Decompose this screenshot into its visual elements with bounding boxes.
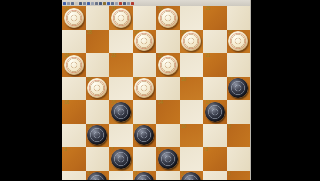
square-light xyxy=(62,171,86,181)
white-man[interactable] xyxy=(158,8,178,28)
square-29[interactable]: 29 xyxy=(203,6,227,30)
white-man[interactable] xyxy=(228,31,248,51)
square-light xyxy=(86,147,110,171)
square-24[interactable]: 24 xyxy=(62,53,86,77)
square-number: 16 xyxy=(64,100,69,106)
black-man[interactable] xyxy=(87,125,107,145)
square-31[interactable]: 31 xyxy=(109,6,133,30)
toolbar-icon[interactable] xyxy=(103,2,106,5)
square-20[interactable]: 20 xyxy=(86,77,110,101)
square-light xyxy=(86,53,110,77)
square-light xyxy=(180,147,204,171)
square-number: 28 xyxy=(87,30,92,36)
square-light xyxy=(62,77,86,101)
square-13[interactable]: 13 xyxy=(203,100,227,124)
square-light xyxy=(227,6,251,30)
square-light xyxy=(156,171,180,181)
square-light xyxy=(133,147,157,171)
toolbar-icon[interactable] xyxy=(127,2,130,5)
square-18[interactable]: 18 xyxy=(180,77,204,101)
square-light xyxy=(133,53,157,77)
square-number: 18 xyxy=(181,77,186,83)
square-28[interactable]: 28 xyxy=(86,30,110,54)
square-light xyxy=(156,77,180,101)
toolbar-icon[interactable] xyxy=(75,2,78,5)
square-light xyxy=(86,100,110,124)
square-light xyxy=(109,124,133,148)
square-10[interactable]: 10 xyxy=(180,124,204,148)
square-number: 8 xyxy=(64,147,66,153)
square-light xyxy=(203,171,227,181)
square-6[interactable]: 6 xyxy=(156,147,180,171)
square-light xyxy=(180,6,204,30)
toolbar-icon[interactable] xyxy=(79,2,82,5)
square-light xyxy=(133,100,157,124)
toolbar-icon[interactable] xyxy=(99,2,102,5)
white-man[interactable] xyxy=(134,31,154,51)
black-man[interactable] xyxy=(158,149,178,169)
white-man[interactable] xyxy=(181,31,201,51)
square-27[interactable]: 27 xyxy=(133,30,157,54)
square-light xyxy=(227,53,251,77)
square-number: 29 xyxy=(205,6,210,12)
square-light xyxy=(62,30,86,54)
square-number: 14 xyxy=(158,100,163,106)
square-number: 10 xyxy=(181,124,186,130)
black-man[interactable] xyxy=(134,125,154,145)
white-man[interactable] xyxy=(64,8,84,28)
letterbox-right xyxy=(251,0,320,180)
square-25[interactable]: 25 xyxy=(227,30,251,54)
square-number: 5 xyxy=(205,147,207,153)
toolbar-icon[interactable] xyxy=(123,2,126,5)
black-man[interactable] xyxy=(228,78,248,98)
square-30[interactable]: 30 xyxy=(156,6,180,30)
toolbar-icon[interactable] xyxy=(107,2,110,5)
toolbar-icon[interactable] xyxy=(67,2,70,5)
square-22[interactable]: 22 xyxy=(156,53,180,77)
white-man[interactable] xyxy=(134,78,154,98)
square-light xyxy=(203,30,227,54)
square-14[interactable]: 14 xyxy=(156,100,180,124)
toolbar-icon[interactable] xyxy=(87,2,90,5)
toolbar-icon[interactable] xyxy=(119,2,122,5)
square-2[interactable]: 2 xyxy=(180,171,204,181)
toolbar-icon[interactable] xyxy=(71,2,74,5)
black-man[interactable] xyxy=(205,102,225,122)
square-15[interactable]: 15 xyxy=(109,100,133,124)
white-man[interactable] xyxy=(158,55,178,75)
toolbar-icon[interactable] xyxy=(95,2,98,5)
square-light xyxy=(86,6,110,30)
square-9[interactable]: 9 xyxy=(227,124,251,148)
square-23[interactable]: 23 xyxy=(109,53,133,77)
black-man[interactable] xyxy=(181,172,201,180)
square-number: 9 xyxy=(228,124,230,130)
square-number: 23 xyxy=(111,53,116,59)
toolbar-icon[interactable] xyxy=(131,2,134,5)
toolbar-icon[interactable] xyxy=(91,2,94,5)
square-7[interactable]: 7 xyxy=(109,147,133,171)
square-1[interactable]: 1 xyxy=(227,171,251,181)
white-man[interactable] xyxy=(111,8,131,28)
square-light xyxy=(180,100,204,124)
square-light xyxy=(180,53,204,77)
black-man[interactable] xyxy=(111,102,131,122)
black-man[interactable] xyxy=(134,172,154,180)
square-number: 1 xyxy=(228,171,230,177)
square-number: 21 xyxy=(205,53,210,59)
toolbar-icon[interactable] xyxy=(83,2,86,5)
square-light xyxy=(203,124,227,148)
toolbar-icon[interactable] xyxy=(63,2,66,5)
square-5[interactable]: 5 xyxy=(203,147,227,171)
square-light xyxy=(203,77,227,101)
square-26[interactable]: 26 xyxy=(180,30,204,54)
square-4[interactable]: 4 xyxy=(86,171,110,181)
square-light xyxy=(109,77,133,101)
square-light xyxy=(109,171,133,181)
square-light xyxy=(227,147,251,171)
square-light xyxy=(156,124,180,148)
square-11[interactable]: 11 xyxy=(133,124,157,148)
square-light xyxy=(109,30,133,54)
square-17[interactable]: 17 xyxy=(227,77,251,101)
white-man[interactable] xyxy=(87,78,107,98)
toolbar-icon[interactable] xyxy=(111,2,114,5)
checkers-board: 3231302928272625242322212019181716151413… xyxy=(62,6,250,180)
black-man[interactable] xyxy=(87,172,107,180)
square-light xyxy=(133,6,157,30)
square-light xyxy=(227,100,251,124)
letterbox-left xyxy=(0,0,62,180)
white-man[interactable] xyxy=(64,55,84,75)
checkers-app-window: 3231302928272625242322212019181716151413… xyxy=(62,0,251,180)
square-32[interactable]: 32 xyxy=(62,6,86,30)
square-16[interactable]: 16 xyxy=(62,100,86,124)
toolbar-icon[interactable] xyxy=(115,2,118,5)
square-3[interactable]: 3 xyxy=(133,171,157,181)
square-19[interactable]: 19 xyxy=(133,77,157,101)
square-21[interactable]: 21 xyxy=(203,53,227,77)
square-12[interactable]: 12 xyxy=(86,124,110,148)
black-man[interactable] xyxy=(111,149,131,169)
square-light xyxy=(62,124,86,148)
square-8[interactable]: 8 xyxy=(62,147,86,171)
square-light xyxy=(156,30,180,54)
